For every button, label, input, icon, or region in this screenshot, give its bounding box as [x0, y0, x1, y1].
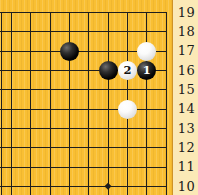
grid-vline: [88, 138, 89, 157]
intersection-Q19[interactable]: [98, 3, 117, 22]
grid-vline: [166, 138, 167, 157]
grid-vline: [146, 12, 147, 22]
black-stone-Q16: [99, 61, 118, 80]
intersection-Q10[interactable]: [98, 177, 117, 195]
grid-vline: [88, 119, 89, 138]
grid-vline: [50, 41, 51, 60]
intersection-Q12[interactable]: [98, 138, 117, 157]
grid-vline: [50, 99, 51, 118]
intersection-P15[interactable]: [79, 80, 98, 99]
grid-vline: [146, 80, 147, 99]
intersection-M14[interactable]: [21, 99, 40, 118]
grid-vline: [146, 22, 147, 41]
intersection-N15[interactable]: [40, 80, 59, 99]
grid-vline: [88, 177, 89, 195]
grid-vline: [88, 80, 89, 99]
intersection-O12[interactable]: [60, 138, 79, 157]
grid-vline: [11, 177, 12, 195]
grid-vline: [30, 119, 31, 138]
grid-vline: [11, 61, 12, 80]
row-label-16: 16: [173, 61, 198, 80]
grid-vline: [166, 61, 167, 80]
white-stone-R16: 2: [118, 61, 137, 80]
grid-vline: [69, 80, 70, 99]
row-label-10: 10: [173, 177, 198, 195]
intersection-N16[interactable]: [40, 61, 59, 80]
star-point-Q10: [105, 183, 111, 189]
grid-vline: [11, 22, 12, 41]
intersection-R11[interactable]: [118, 157, 137, 176]
intersection-O13[interactable]: [60, 119, 79, 138]
grid-vline: [11, 12, 12, 22]
intersection-N11[interactable]: [40, 157, 59, 176]
intersection-S18[interactable]: [137, 22, 156, 41]
intersection-O11[interactable]: [60, 157, 79, 176]
intersection-R15[interactable]: [118, 80, 137, 99]
grid-vline: [50, 119, 51, 138]
grid-vline: [50, 177, 51, 195]
grid-vline: [108, 138, 109, 157]
row-label-14: 14: [173, 99, 198, 118]
row-label-15: 15: [173, 80, 198, 99]
intersection-O14[interactable]: [60, 99, 79, 118]
intersection-R14[interactable]: [118, 99, 137, 118]
intersection-R12[interactable]: [118, 138, 137, 157]
intersection-Q15[interactable]: [98, 80, 117, 99]
coordinate-strip: 19181716151413121110: [172, 0, 198, 195]
intersection-S11[interactable]: [137, 157, 156, 176]
intersection-M11[interactable]: [21, 157, 40, 176]
intersection-S17[interactable]: [137, 41, 156, 60]
grid-vline: [108, 119, 109, 138]
intersection-N13[interactable]: [40, 119, 59, 138]
intersection-Q16[interactable]: [98, 61, 117, 80]
intersection-Q13[interactable]: [98, 119, 117, 138]
go-diagram: 21 19181716151413121110: [0, 0, 198, 195]
grid-vline: [166, 119, 167, 138]
intersection-L10[interactable]: [2, 177, 21, 195]
grid-vline: [11, 119, 12, 138]
intersection-P19[interactable]: [79, 3, 98, 22]
black-stone-O17: [60, 42, 79, 61]
intersection-M19[interactable]: [21, 3, 40, 22]
intersection-N17[interactable]: [40, 41, 59, 60]
intersection-M12[interactable]: [21, 138, 40, 157]
grid-vline: [108, 41, 109, 60]
grid-vline: [108, 12, 109, 22]
intersection-M18[interactable]: [21, 22, 40, 41]
intersection-P11[interactable]: [79, 157, 98, 176]
intersection-L12[interactable]: [2, 138, 21, 157]
intersection-M15[interactable]: [21, 80, 40, 99]
intersection-Q11[interactable]: [98, 157, 117, 176]
grid-vline: [166, 99, 167, 118]
intersection-S19[interactable]: [137, 3, 156, 22]
grid-vline: [69, 12, 70, 22]
grid-vline: [11, 138, 12, 157]
grid-vline: [69, 177, 70, 195]
intersection-N12[interactable]: [40, 138, 59, 157]
intersection-M13[interactable]: [21, 119, 40, 138]
grid-vline: [108, 99, 109, 118]
intersection-R19[interactable]: [118, 3, 137, 22]
intersection-R17[interactable]: [118, 41, 137, 60]
grid-vline: [127, 177, 128, 195]
intersection-P18[interactable]: [79, 22, 98, 41]
intersection-S16[interactable]: 1: [137, 61, 156, 80]
grid-vline: [127, 80, 128, 99]
intersection-N19[interactable]: [40, 3, 59, 22]
intersection-P10[interactable]: [79, 177, 98, 195]
intersection-N14[interactable]: [40, 99, 59, 118]
white-stone-S17: [137, 42, 156, 61]
grid-vline: [127, 119, 128, 138]
intersection-L17[interactable]: [2, 41, 21, 60]
grid-vline: [127, 22, 128, 41]
row-label-17: 17: [173, 41, 198, 60]
grid-vline: [146, 177, 147, 195]
intersection-L18[interactable]: [2, 22, 21, 41]
intersection-M16[interactable]: [21, 61, 40, 80]
intersection-P12[interactable]: [79, 138, 98, 157]
intersection-N18[interactable]: [40, 22, 59, 41]
move-number-label: 2: [118, 61, 137, 80]
grid-vline: [69, 138, 70, 157]
grid-vline: [11, 157, 12, 176]
grid-vline: [127, 138, 128, 157]
black-stone-S16: 1: [137, 61, 156, 80]
go-board: 21: [0, 0, 172, 195]
intersection-Q17[interactable]: [98, 41, 117, 60]
grid-vline: [50, 157, 51, 176]
grid-vline: [30, 138, 31, 157]
row-label-19: 19: [173, 3, 198, 22]
grid-vline: [69, 119, 70, 138]
intersection-Q18[interactable]: [98, 22, 117, 41]
white-stone-R14: [118, 100, 137, 119]
intersection-R18[interactable]: [118, 22, 137, 41]
intersection-N10[interactable]: [40, 177, 59, 195]
intersection-O10[interactable]: [60, 177, 79, 195]
intersection-P14[interactable]: [79, 99, 98, 118]
grid-vline: [30, 22, 31, 41]
intersection-O15[interactable]: [60, 80, 79, 99]
intersection-O18[interactable]: [60, 22, 79, 41]
grid-vline: [30, 12, 31, 22]
grid-vline: [127, 157, 128, 176]
grid-vline: [69, 22, 70, 41]
intersection-P16[interactable]: [79, 61, 98, 80]
grid-vline: [50, 138, 51, 157]
grid-vline: [50, 80, 51, 99]
grid-vline: [11, 41, 12, 60]
grid-vline: [30, 177, 31, 195]
grid-vline: [127, 12, 128, 22]
intersection-S12[interactable]: [137, 138, 156, 157]
row-label-18: 18: [173, 22, 198, 41]
board-grid: 21: [2, 3, 176, 195]
intersection-L13[interactable]: [2, 119, 21, 138]
intersection-M17[interactable]: [21, 41, 40, 60]
intersection-Q14[interactable]: [98, 99, 117, 118]
grid-vline: [88, 157, 89, 176]
grid-vline: [88, 41, 89, 60]
intersection-M10[interactable]: [21, 177, 40, 195]
grid-vline: [88, 99, 89, 118]
intersection-R10[interactable]: [118, 177, 137, 195]
intersection-P13[interactable]: [79, 119, 98, 138]
intersection-L11[interactable]: [2, 157, 21, 176]
grid-vline: [11, 99, 12, 118]
grid-vline: [166, 177, 167, 195]
grid-vline: [88, 61, 89, 80]
intersection-P17[interactable]: [79, 41, 98, 60]
intersection-O19[interactable]: [60, 3, 79, 22]
intersection-S14[interactable]: [137, 99, 156, 118]
intersection-L15[interactable]: [2, 80, 21, 99]
grid-vline: [30, 80, 31, 99]
intersection-S13[interactable]: [137, 119, 156, 138]
grid-vline: [146, 119, 147, 138]
intersection-L14[interactable]: [2, 99, 21, 118]
grid-vline: [30, 157, 31, 176]
grid-vline: [108, 157, 109, 176]
grid-vline: [69, 157, 70, 176]
intersection-S10[interactable]: [137, 177, 156, 195]
grid-vline: [30, 99, 31, 118]
grid-vline: [166, 22, 167, 41]
row-label-13: 13: [173, 119, 198, 138]
grid-vline: [50, 12, 51, 22]
intersection-L19[interactable]: [2, 3, 21, 22]
grid-vline: [50, 61, 51, 80]
row-label-12: 12: [173, 138, 198, 157]
grid-vline: [166, 157, 167, 176]
grid-vline: [166, 12, 167, 22]
grid-vline: [88, 12, 89, 22]
grid-vline: [166, 80, 167, 99]
grid-vline: [146, 138, 147, 157]
row-label-11: 11: [173, 157, 198, 176]
grid-vline: [108, 22, 109, 41]
grid-vline: [69, 61, 70, 80]
move-number-label: 1: [137, 61, 156, 80]
grid-vline: [146, 157, 147, 176]
intersection-O17[interactable]: [60, 41, 79, 60]
grid-vline: [146, 99, 147, 118]
intersection-O16[interactable]: [60, 61, 79, 80]
grid-vline: [30, 61, 31, 80]
grid-vline: [50, 22, 51, 41]
intersection-L16[interactable]: [2, 61, 21, 80]
grid-vline: [127, 41, 128, 60]
grid-vline: [69, 99, 70, 118]
intersection-S15[interactable]: [137, 80, 156, 99]
intersection-R16[interactable]: 2: [118, 61, 137, 80]
grid-vline: [30, 41, 31, 60]
grid-vline: [166, 41, 167, 60]
grid-vline: [11, 80, 12, 99]
intersection-R13[interactable]: [118, 119, 137, 138]
grid-vline: [108, 80, 109, 99]
grid-vline: [88, 22, 89, 41]
